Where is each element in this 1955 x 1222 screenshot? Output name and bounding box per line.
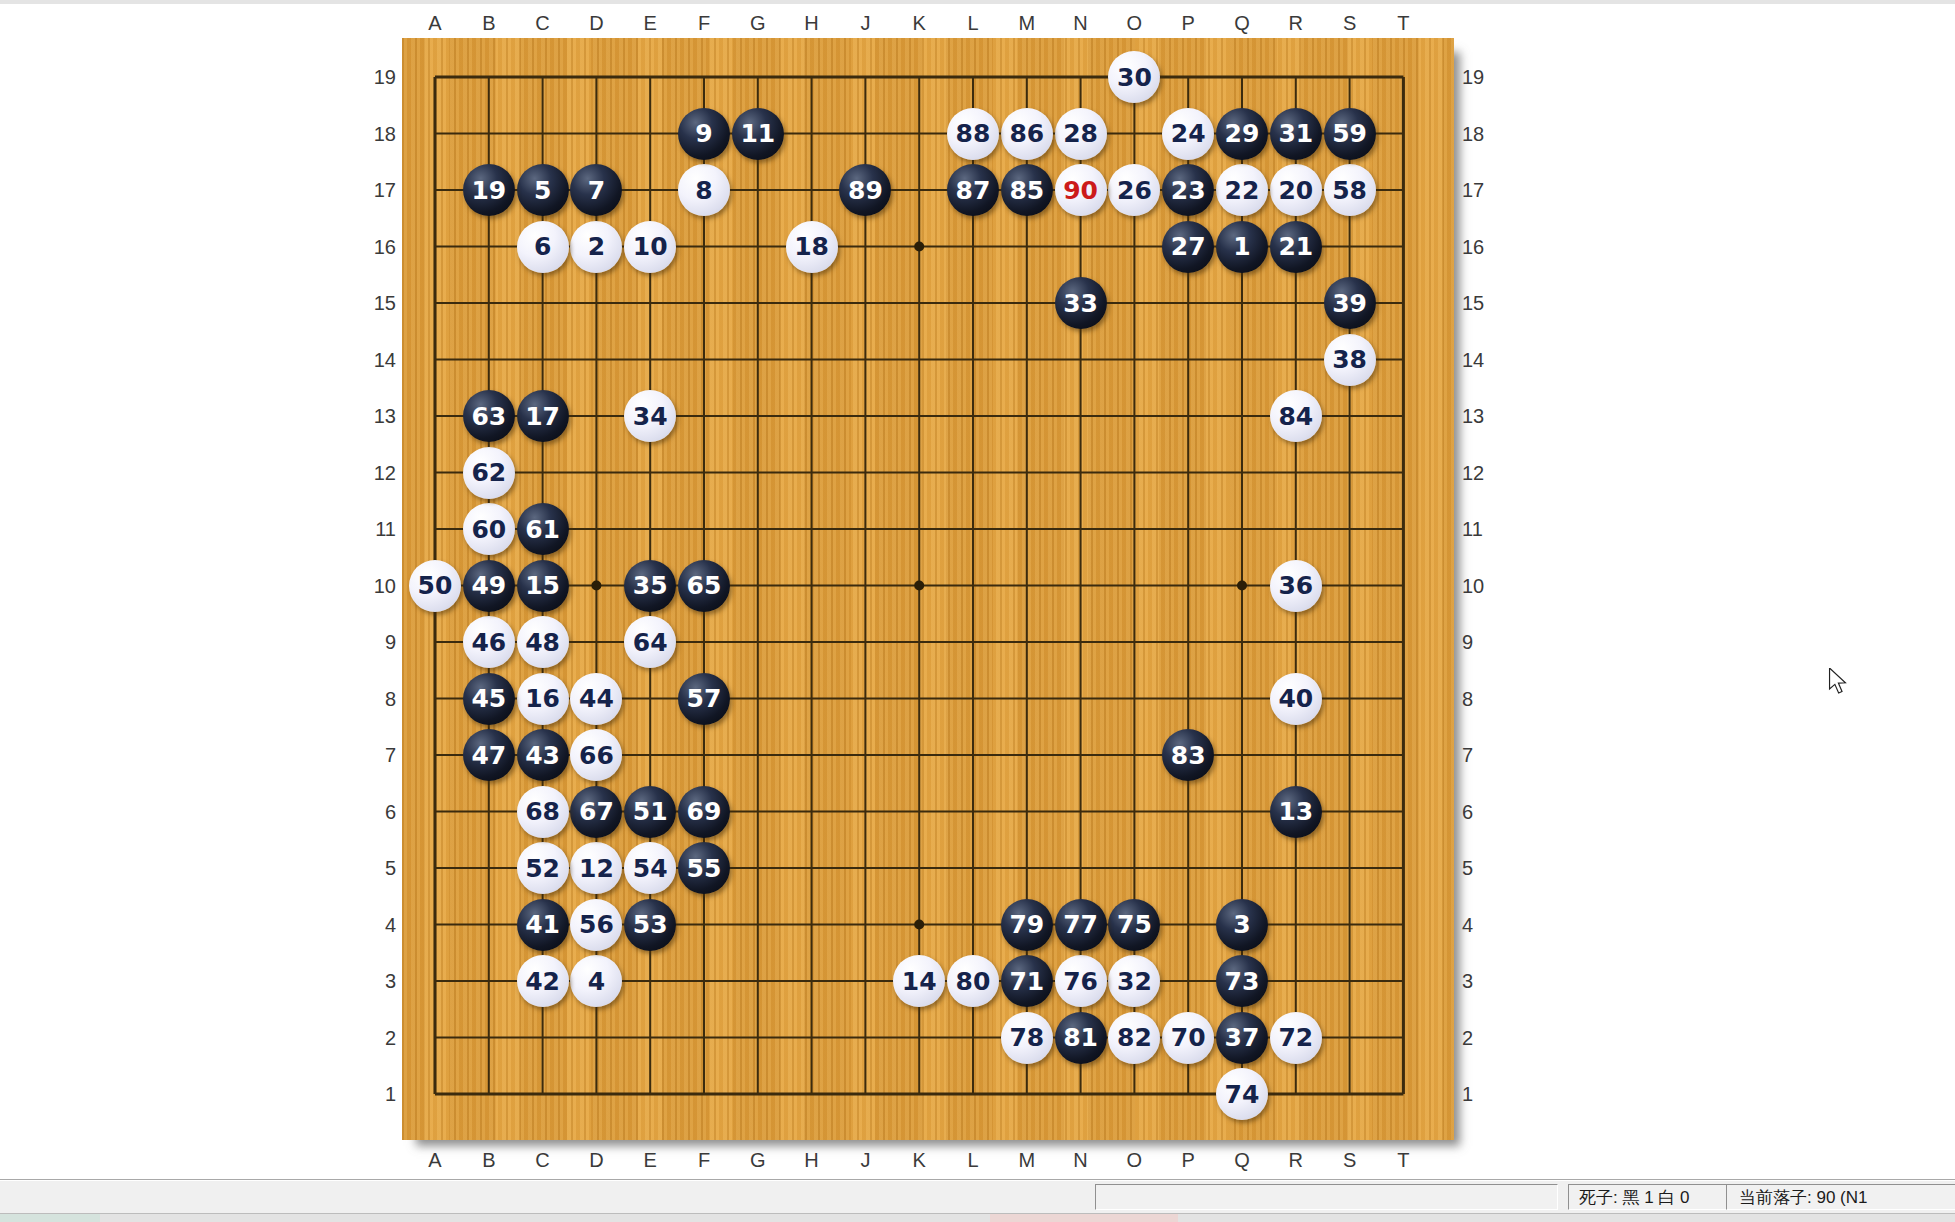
stone-C6[interactable]: 68 — [517, 786, 569, 838]
taskbar-edge — [0, 1213, 1955, 1222]
stone-E10[interactable]: 35 — [624, 560, 676, 612]
col-label-top-D: D — [589, 13, 603, 33]
row-label-right-14: 14 — [1462, 350, 1502, 370]
stone-D8[interactable]: 44 — [570, 673, 622, 725]
row-label-left-14: 14 — [360, 350, 396, 370]
col-label-bottom-L: L — [967, 1150, 978, 1170]
stone-O17[interactable]: 26 — [1108, 164, 1160, 216]
stone-G18[interactable]: 11 — [732, 108, 784, 160]
stone-M2[interactable]: 78 — [1001, 1012, 1053, 1064]
dead-stones-text: 死子: 黑 1 白 0 — [1579, 1186, 1690, 1209]
row-label-left-18: 18 — [360, 124, 396, 144]
stone-M18[interactable]: 86 — [1001, 108, 1053, 160]
stone-Q17[interactable]: 22 — [1216, 164, 1268, 216]
stone-C10[interactable]: 15 — [517, 560, 569, 612]
col-label-bottom-G: G — [750, 1150, 766, 1170]
stone-N17[interactable]: 90 — [1055, 164, 1107, 216]
status-pane-empty — [1095, 1184, 1558, 1210]
col-label-top-J: J — [860, 13, 870, 33]
row-label-left-2: 2 — [360, 1028, 396, 1048]
row-label-right-16: 16 — [1462, 237, 1502, 257]
stone-S14[interactable]: 38 — [1324, 334, 1376, 386]
stone-D17[interactable]: 7 — [570, 164, 622, 216]
stone-S15[interactable]: 39 — [1324, 277, 1376, 329]
stone-F18[interactable]: 9 — [678, 108, 730, 160]
stone-B8[interactable]: 45 — [463, 673, 515, 725]
stone-C9[interactable]: 48 — [517, 616, 569, 668]
col-label-top-M: M — [1018, 13, 1035, 33]
row-label-right-13: 13 — [1462, 406, 1502, 426]
row-label-right-8: 8 — [1462, 689, 1502, 709]
col-label-top-S: S — [1343, 13, 1356, 33]
row-label-right-1: 1 — [1462, 1084, 1502, 1104]
stone-C13[interactable]: 17 — [517, 390, 569, 442]
stone-E6[interactable]: 51 — [624, 786, 676, 838]
stone-O19[interactable]: 30 — [1108, 51, 1160, 103]
col-label-top-H: H — [804, 13, 818, 33]
row-label-right-5: 5 — [1462, 858, 1502, 878]
stone-B13[interactable]: 63 — [463, 390, 515, 442]
stone-R10[interactable]: 36 — [1270, 560, 1322, 612]
stone-E9[interactable]: 64 — [624, 616, 676, 668]
stone-N3[interactable]: 76 — [1055, 955, 1107, 1007]
col-label-top-O: O — [1127, 13, 1143, 33]
stone-C5[interactable]: 52 — [517, 842, 569, 894]
row-label-left-13: 13 — [360, 406, 396, 426]
stone-F5[interactable]: 55 — [678, 842, 730, 894]
stone-B12[interactable]: 62 — [463, 447, 515, 499]
col-label-bottom-N: N — [1073, 1150, 1087, 1170]
stone-P17[interactable]: 23 — [1162, 164, 1214, 216]
row-label-left-8: 8 — [360, 689, 396, 709]
stone-H16[interactable]: 18 — [786, 221, 838, 273]
stone-F17[interactable]: 8 — [678, 164, 730, 216]
col-label-bottom-D: D — [589, 1150, 603, 1170]
col-label-bottom-B: B — [482, 1150, 495, 1170]
stone-P7[interactable]: 83 — [1162, 729, 1214, 781]
row-label-left-6: 6 — [360, 802, 396, 822]
stone-D3[interactable]: 4 — [570, 955, 622, 1007]
stone-L18[interactable]: 88 — [947, 108, 999, 160]
stone-Q2[interactable]: 37 — [1216, 1012, 1268, 1064]
window-top-edge — [0, 0, 1955, 4]
row-label-left-15: 15 — [360, 293, 396, 313]
row-label-right-7: 7 — [1462, 745, 1502, 765]
stone-R17[interactable]: 20 — [1270, 164, 1322, 216]
stone-R2[interactable]: 72 — [1270, 1012, 1322, 1064]
stone-R13[interactable]: 84 — [1270, 390, 1322, 442]
row-label-right-18: 18 — [1462, 124, 1502, 144]
row-label-right-19: 19 — [1462, 67, 1502, 87]
current-move-text: 当前落子: 90 (N1 — [1739, 1186, 1867, 1209]
stone-E5[interactable]: 54 — [624, 842, 676, 894]
taskbar-edge-teal — [0, 1214, 100, 1222]
stone-R16[interactable]: 21 — [1270, 221, 1322, 273]
stone-D6[interactable]: 67 — [570, 786, 622, 838]
stone-E16[interactable]: 10 — [624, 221, 676, 273]
row-label-right-4: 4 — [1462, 915, 1502, 935]
stone-C7[interactable]: 43 — [517, 729, 569, 781]
stone-C4[interactable]: 41 — [517, 899, 569, 951]
col-label-top-P: P — [1182, 13, 1195, 33]
col-label-top-B: B — [482, 13, 495, 33]
col-label-top-G: G — [750, 13, 766, 33]
stone-B7[interactable]: 47 — [463, 729, 515, 781]
stone-S18[interactable]: 59 — [1324, 108, 1376, 160]
row-label-left-4: 4 — [360, 915, 396, 935]
row-label-right-11: 11 — [1462, 519, 1502, 539]
col-label-bottom-F: F — [698, 1150, 710, 1170]
stone-B11[interactable]: 60 — [463, 503, 515, 555]
row-label-right-2: 2 — [1462, 1028, 1502, 1048]
col-label-bottom-J: J — [860, 1150, 870, 1170]
col-label-bottom-Q: Q — [1234, 1150, 1250, 1170]
row-label-left-5: 5 — [360, 858, 396, 878]
stone-N2[interactable]: 81 — [1055, 1012, 1107, 1064]
stone-F8[interactable]: 57 — [678, 673, 730, 725]
stone-O4[interactable]: 75 — [1108, 899, 1160, 951]
stone-Q18[interactable]: 29 — [1216, 108, 1268, 160]
row-label-left-3: 3 — [360, 971, 396, 991]
col-label-bottom-K: K — [913, 1150, 926, 1170]
stone-B10[interactable]: 49 — [463, 560, 515, 612]
stone-S17[interactable]: 58 — [1324, 164, 1376, 216]
stone-O2[interactable]: 82 — [1108, 1012, 1160, 1064]
stone-F10[interactable]: 65 — [678, 560, 730, 612]
stone-Q16[interactable]: 1 — [1216, 221, 1268, 273]
stone-Q1[interactable]: 74 — [1216, 1068, 1268, 1120]
stone-C8[interactable]: 16 — [517, 673, 569, 725]
stone-R18[interactable]: 31 — [1270, 108, 1322, 160]
stone-R8[interactable]: 40 — [1270, 673, 1322, 725]
row-label-right-10: 10 — [1462, 576, 1502, 596]
row-label-left-19: 19 — [360, 67, 396, 87]
stone-E13[interactable]: 34 — [624, 390, 676, 442]
stone-D5[interactable]: 12 — [570, 842, 622, 894]
stone-N4[interactable]: 77 — [1055, 899, 1107, 951]
stone-D4[interactable]: 56 — [570, 899, 622, 951]
stone-N15[interactable]: 33 — [1055, 277, 1107, 329]
col-label-bottom-O: O — [1127, 1150, 1143, 1170]
row-label-right-17: 17 — [1462, 180, 1502, 200]
stone-P16[interactable]: 27 — [1162, 221, 1214, 273]
col-label-bottom-M: M — [1018, 1150, 1035, 1170]
stone-P18[interactable]: 24 — [1162, 108, 1214, 160]
row-label-left-12: 12 — [360, 463, 396, 483]
row-label-right-15: 15 — [1462, 293, 1502, 313]
stone-B9[interactable]: 46 — [463, 616, 515, 668]
row-label-right-3: 3 — [1462, 971, 1502, 991]
stone-M3[interactable]: 71 — [1001, 955, 1053, 1007]
stone-N18[interactable]: 28 — [1055, 108, 1107, 160]
mouse-cursor — [1826, 668, 1850, 694]
col-label-bottom-C: C — [535, 1150, 549, 1170]
stone-D16[interactable]: 2 — [570, 221, 622, 273]
row-label-left-9: 9 — [360, 632, 396, 652]
taskbar-edge-pink — [990, 1214, 1178, 1222]
status-pane-current-move: 当前落子: 90 (N1 — [1726, 1184, 1955, 1210]
stone-L3[interactable]: 80 — [947, 955, 999, 1007]
col-label-top-F: F — [698, 13, 710, 33]
row-label-left-11: 11 — [360, 519, 396, 539]
col-label-top-R: R — [1289, 13, 1303, 33]
col-label-top-E: E — [644, 13, 657, 33]
stone-Q3[interactable]: 73 — [1216, 955, 1268, 1007]
col-label-top-T: T — [1397, 13, 1409, 33]
stone-B17[interactable]: 19 — [463, 164, 515, 216]
stone-Q4[interactable]: 3 — [1216, 899, 1268, 951]
stone-C16[interactable]: 6 — [517, 221, 569, 273]
col-label-top-N: N — [1073, 13, 1087, 33]
stone-M4[interactable]: 79 — [1001, 899, 1053, 951]
stone-E4[interactable]: 53 — [624, 899, 676, 951]
col-label-top-L: L — [967, 13, 978, 33]
row-label-left-7: 7 — [360, 745, 396, 765]
col-label-bottom-H: H — [804, 1150, 818, 1170]
stone-D7[interactable]: 66 — [570, 729, 622, 781]
row-label-left-17: 17 — [360, 180, 396, 200]
col-label-top-A: A — [428, 13, 441, 33]
row-label-left-16: 16 — [360, 237, 396, 257]
stone-R6[interactable]: 13 — [1270, 786, 1322, 838]
status-pane-dead-stones: 死子: 黑 1 白 0 — [1568, 1184, 1730, 1210]
status-bar: 死子: 黑 1 白 0 当前落子: 90 (N1 — [0, 1179, 1955, 1214]
col-label-bottom-A: A — [428, 1150, 441, 1170]
stone-F6[interactable]: 69 — [678, 786, 730, 838]
stone-C11[interactable]: 61 — [517, 503, 569, 555]
row-label-right-12: 12 — [1462, 463, 1502, 483]
stone-L17[interactable]: 87 — [947, 164, 999, 216]
row-label-left-10: 10 — [360, 576, 396, 596]
col-label-bottom-R: R — [1289, 1150, 1303, 1170]
col-label-bottom-P: P — [1182, 1150, 1195, 1170]
row-label-right-9: 9 — [1462, 632, 1502, 652]
stone-M17[interactable]: 85 — [1001, 164, 1053, 216]
stone-O3[interactable]: 32 — [1108, 955, 1160, 1007]
col-label-top-C: C — [535, 13, 549, 33]
stone-C3[interactable]: 42 — [517, 955, 569, 1007]
go-game-window: 1234567891011121314151617181920212223242… — [0, 0, 1955, 1222]
col-label-bottom-E: E — [644, 1150, 657, 1170]
row-label-left-1: 1 — [360, 1084, 396, 1104]
row-label-right-6: 6 — [1462, 802, 1502, 822]
col-label-top-Q: Q — [1234, 13, 1250, 33]
col-label-top-K: K — [913, 13, 926, 33]
go-board[interactable]: 1234567891011121314151617181920212223242… — [402, 38, 1454, 1140]
stone-C17[interactable]: 5 — [517, 164, 569, 216]
col-label-bottom-T: T — [1397, 1150, 1409, 1170]
col-label-bottom-S: S — [1343, 1150, 1356, 1170]
stone-K3[interactable]: 14 — [893, 955, 945, 1007]
stone-J17[interactable]: 89 — [839, 164, 891, 216]
stone-A10[interactable]: 50 — [409, 560, 461, 612]
stone-P2[interactable]: 70 — [1162, 1012, 1214, 1064]
